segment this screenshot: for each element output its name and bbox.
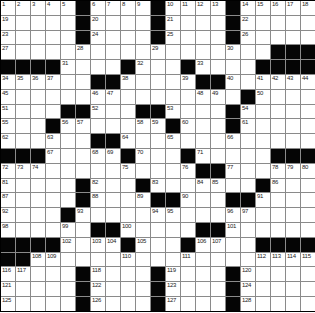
- white-cell-r8c14[interactable]: [211, 119, 225, 133]
- white-cell-r16c11[interactable]: [166, 238, 180, 252]
- white-cell-r18c17[interactable]: [256, 267, 270, 281]
- white-cell-r14c1[interactable]: [16, 208, 30, 222]
- white-cell-r17c7[interactable]: [106, 253, 120, 267]
- white-cell-r4c15[interactable]: [226, 60, 240, 74]
- white-cell-r18c16[interactable]: 120: [241, 267, 255, 281]
- white-cell-r13c1[interactable]: [16, 193, 30, 207]
- white-cell-r19c13[interactable]: [196, 282, 210, 296]
- white-cell-r6c3[interactable]: [46, 90, 60, 104]
- white-cell-r0c0[interactable]: 1: [1, 1, 15, 15]
- white-cell-r14c14[interactable]: [211, 208, 225, 222]
- white-cell-r9c14[interactable]: [211, 134, 225, 148]
- white-cell-r17c20[interactable]: 115: [301, 253, 315, 267]
- white-cell-r3c8[interactable]: [121, 45, 135, 59]
- white-cell-r12c19[interactable]: [286, 179, 300, 193]
- white-cell-r17c6[interactable]: [91, 253, 105, 267]
- white-cell-r14c11[interactable]: 95: [166, 208, 180, 222]
- white-cell-r15c18[interactable]: [271, 223, 285, 237]
- white-cell-r7c18[interactable]: [271, 105, 285, 119]
- white-cell-r14c16[interactable]: 97: [241, 208, 255, 222]
- white-cell-r19c1[interactable]: [16, 282, 30, 296]
- white-cell-r15c10[interactable]: [151, 223, 165, 237]
- white-cell-r8c17[interactable]: [256, 119, 270, 133]
- white-cell-r10c13[interactable]: 71: [196, 149, 210, 163]
- white-cell-r1c9[interactable]: [136, 16, 150, 30]
- white-cell-r12c11[interactable]: [166, 179, 180, 193]
- white-cell-r18c0[interactable]: 116: [1, 267, 15, 281]
- white-cell-r4c10[interactable]: [151, 60, 165, 74]
- white-cell-r20c6[interactable]: 126: [91, 297, 105, 311]
- white-cell-r17c12[interactable]: 111: [181, 253, 195, 267]
- white-cell-r14c3[interactable]: [46, 208, 60, 222]
- white-cell-r13c7[interactable]: [106, 193, 120, 207]
- white-cell-r7c11[interactable]: 53: [166, 105, 180, 119]
- white-cell-r10c6[interactable]: 68: [91, 149, 105, 163]
- white-cell-r9c15[interactable]: 66: [226, 134, 240, 148]
- white-cell-r20c0[interactable]: 125: [1, 297, 15, 311]
- white-cell-r1c17[interactable]: [256, 16, 270, 30]
- white-cell-r2c14[interactable]: [211, 31, 225, 45]
- white-cell-r19c16[interactable]: 124: [241, 282, 255, 296]
- white-cell-r18c1[interactable]: 117: [16, 267, 30, 281]
- white-cell-r16c13[interactable]: 106: [196, 238, 210, 252]
- white-cell-r20c16[interactable]: 128: [241, 297, 255, 311]
- white-cell-r1c0[interactable]: 19: [1, 16, 15, 30]
- white-cell-r16c5[interactable]: [76, 238, 90, 252]
- white-cell-r20c1[interactable]: [16, 297, 30, 311]
- white-cell-r18c20[interactable]: [301, 267, 315, 281]
- white-cell-r1c16[interactable]: 22: [241, 16, 255, 30]
- white-cell-r3c10[interactable]: 29: [151, 45, 165, 59]
- white-cell-r16c6[interactable]: 103: [91, 238, 105, 252]
- white-cell-r12c8[interactable]: [121, 179, 135, 193]
- white-cell-r20c18[interactable]: [271, 297, 285, 311]
- white-cell-r7c17[interactable]: [256, 105, 270, 119]
- white-cell-r0c12[interactable]: 11: [181, 1, 195, 15]
- white-cell-r0c6[interactable]: 6: [91, 1, 105, 15]
- white-cell-r14c18[interactable]: [271, 208, 285, 222]
- white-cell-r9c8[interactable]: 64: [121, 134, 135, 148]
- white-cell-r0c17[interactable]: 15: [256, 1, 270, 15]
- white-cell-r11c1[interactable]: 73: [16, 164, 30, 178]
- white-cell-r14c8[interactable]: [121, 208, 135, 222]
- white-cell-r20c14[interactable]: [211, 297, 225, 311]
- white-cell-r10c9[interactable]: 70: [136, 149, 150, 163]
- white-cell-r18c2[interactable]: [31, 267, 45, 281]
- white-cell-r9c3[interactable]: 63: [46, 134, 60, 148]
- white-cell-r18c4[interactable]: [61, 267, 75, 281]
- white-cell-r15c4[interactable]: 99: [61, 223, 75, 237]
- white-cell-r10c7[interactable]: 69: [106, 149, 120, 163]
- white-cell-r6c2[interactable]: [31, 90, 45, 104]
- white-cell-r7c12[interactable]: [181, 105, 195, 119]
- white-cell-r0c2[interactable]: 3: [31, 1, 45, 15]
- white-cell-r20c19[interactable]: [286, 297, 300, 311]
- white-cell-r17c10[interactable]: [151, 253, 165, 267]
- white-cell-r13c9[interactable]: 89: [136, 193, 150, 207]
- white-cell-r20c3[interactable]: [46, 297, 60, 311]
- white-cell-r10c11[interactable]: [166, 149, 180, 163]
- white-cell-r16c7[interactable]: 104: [106, 238, 120, 252]
- white-cell-r20c20[interactable]: [301, 297, 315, 311]
- white-cell-r12c10[interactable]: 83: [151, 179, 165, 193]
- white-cell-r6c18[interactable]: [271, 90, 285, 104]
- white-cell-r11c11[interactable]: [166, 164, 180, 178]
- white-cell-r14c2[interactable]: [31, 208, 45, 222]
- white-cell-r18c19[interactable]: [286, 267, 300, 281]
- white-cell-r13c14[interactable]: [211, 193, 225, 207]
- white-cell-r6c8[interactable]: [121, 90, 135, 104]
- white-cell-r6c10[interactable]: [151, 90, 165, 104]
- white-cell-r6c0[interactable]: 45: [1, 90, 15, 104]
- white-cell-r16c15[interactable]: [226, 238, 240, 252]
- white-cell-r14c5[interactable]: 93: [76, 208, 90, 222]
- white-cell-r5c5[interactable]: [76, 75, 90, 89]
- white-cell-r13c19[interactable]: [286, 193, 300, 207]
- white-cell-r15c16[interactable]: [241, 223, 255, 237]
- white-cell-r9c1[interactable]: [16, 134, 30, 148]
- white-cell-r1c3[interactable]: [46, 16, 60, 30]
- white-cell-r11c16[interactable]: [241, 164, 255, 178]
- white-cell-r1c13[interactable]: [196, 16, 210, 30]
- white-cell-r6c14[interactable]: 49: [211, 90, 225, 104]
- white-cell-r15c3[interactable]: [46, 223, 60, 237]
- white-cell-r13c3[interactable]: [46, 193, 60, 207]
- white-cell-r14c19[interactable]: [286, 208, 300, 222]
- white-cell-r8c19[interactable]: [286, 119, 300, 133]
- white-cell-r11c18[interactable]: 78: [271, 164, 285, 178]
- white-cell-r12c18[interactable]: 86: [271, 179, 285, 193]
- white-cell-r8c7[interactable]: [106, 119, 120, 133]
- white-cell-r0c4[interactable]: 5: [61, 1, 75, 15]
- white-cell-r6c19[interactable]: [286, 90, 300, 104]
- white-cell-r15c8[interactable]: 100: [121, 223, 135, 237]
- white-cell-r5c16[interactable]: [241, 75, 255, 89]
- white-cell-r14c7[interactable]: [106, 208, 120, 222]
- white-cell-r3c13[interactable]: [196, 45, 210, 59]
- white-cell-r17c15[interactable]: [226, 253, 240, 267]
- white-cell-r5c4[interactable]: [61, 75, 75, 89]
- white-cell-r15c20[interactable]: [301, 223, 315, 237]
- white-cell-r13c17[interactable]: 91: [256, 193, 270, 207]
- white-cell-r18c7[interactable]: [106, 267, 120, 281]
- white-cell-r8c9[interactable]: 58: [136, 119, 150, 133]
- white-cell-r2c12[interactable]: [181, 31, 195, 45]
- white-cell-r18c8[interactable]: [121, 267, 135, 281]
- white-cell-r15c17[interactable]: [256, 223, 270, 237]
- white-cell-r12c15[interactable]: [226, 179, 240, 193]
- white-cell-r13c6[interactable]: 88: [91, 193, 105, 207]
- white-cell-r18c11[interactable]: 119: [166, 267, 180, 281]
- white-cell-r2c18[interactable]: [271, 31, 285, 45]
- white-cell-r14c15[interactable]: 96: [226, 208, 240, 222]
- white-cell-r6c1[interactable]: [16, 90, 30, 104]
- white-cell-r1c7[interactable]: [106, 16, 120, 30]
- white-cell-r15c12[interactable]: [181, 223, 195, 237]
- white-cell-r8c1[interactable]: [16, 119, 30, 133]
- white-cell-r7c8[interactable]: [121, 105, 135, 119]
- white-cell-r7c13[interactable]: [196, 105, 210, 119]
- white-cell-r2c8[interactable]: [121, 31, 135, 45]
- white-cell-r19c2[interactable]: [31, 282, 45, 296]
- white-cell-r15c9[interactable]: [136, 223, 150, 237]
- white-cell-r12c7[interactable]: [106, 179, 120, 193]
- white-cell-r2c19[interactable]: [286, 31, 300, 45]
- white-cell-r11c15[interactable]: 77: [226, 164, 240, 178]
- white-cell-r3c7[interactable]: [106, 45, 120, 59]
- white-cell-r19c6[interactable]: 122: [91, 282, 105, 296]
- white-cell-r17c3[interactable]: 109: [46, 253, 60, 267]
- white-cell-r9c5[interactable]: [76, 134, 90, 148]
- white-cell-r9c18[interactable]: [271, 134, 285, 148]
- white-cell-r11c0[interactable]: 72: [1, 164, 15, 178]
- white-cell-r1c2[interactable]: [31, 16, 45, 30]
- white-cell-r0c18[interactable]: 16: [271, 1, 285, 15]
- white-cell-r9c17[interactable]: [256, 134, 270, 148]
- white-cell-r7c3[interactable]: [46, 105, 60, 119]
- white-cell-r5c17[interactable]: 41: [256, 75, 270, 89]
- white-cell-r15c2[interactable]: [31, 223, 45, 237]
- white-cell-r3c12[interactable]: [181, 45, 195, 59]
- white-cell-r15c15[interactable]: 101: [226, 223, 240, 237]
- white-cell-r11c12[interactable]: 76: [181, 164, 195, 178]
- white-cell-r19c8[interactable]: [121, 282, 135, 296]
- white-cell-r5c20[interactable]: 44: [301, 75, 315, 89]
- white-cell-r13c4[interactable]: [61, 193, 75, 207]
- white-cell-r16c14[interactable]: 107: [211, 238, 225, 252]
- white-cell-r3c9[interactable]: [136, 45, 150, 59]
- white-cell-r3c5[interactable]: 28: [76, 45, 90, 59]
- white-cell-r6c11[interactable]: [166, 90, 180, 104]
- white-cell-r20c4[interactable]: [61, 297, 75, 311]
- white-cell-r5c1[interactable]: 35: [16, 75, 30, 89]
- white-cell-r17c19[interactable]: 114: [286, 253, 300, 267]
- white-cell-r12c2[interactable]: [31, 179, 45, 193]
- white-cell-r4c16[interactable]: [241, 60, 255, 74]
- white-cell-r15c11[interactable]: [166, 223, 180, 237]
- white-cell-r6c6[interactable]: 46: [91, 90, 105, 104]
- white-cell-r9c19[interactable]: [286, 134, 300, 148]
- white-cell-r10c3[interactable]: 67: [46, 149, 60, 163]
- white-cell-r20c12[interactable]: [181, 297, 195, 311]
- white-cell-r18c13[interactable]: [196, 267, 210, 281]
- white-cell-r17c2[interactable]: 108: [31, 253, 45, 267]
- white-cell-r1c4[interactable]: [61, 16, 75, 30]
- white-cell-r4c11[interactable]: [166, 60, 180, 74]
- white-cell-r5c0[interactable]: 34: [1, 75, 15, 89]
- white-cell-r10c14[interactable]: [211, 149, 225, 163]
- white-cell-r4c13[interactable]: 33: [196, 60, 210, 74]
- white-cell-r9c13[interactable]: [196, 134, 210, 148]
- white-cell-r6c17[interactable]: 50: [256, 90, 270, 104]
- white-cell-r4c9[interactable]: 32: [136, 60, 150, 74]
- white-cell-r14c12[interactable]: [181, 208, 195, 222]
- white-cell-r7c20[interactable]: [301, 105, 315, 119]
- white-cell-r2c11[interactable]: 25: [166, 31, 180, 45]
- white-cell-r9c4[interactable]: [61, 134, 75, 148]
- white-cell-r15c5[interactable]: [76, 223, 90, 237]
- white-cell-r13c12[interactable]: 90: [181, 193, 195, 207]
- white-cell-r8c8[interactable]: [121, 119, 135, 133]
- white-cell-r1c18[interactable]: [271, 16, 285, 30]
- white-cell-r12c16[interactable]: [241, 179, 255, 193]
- white-cell-r13c20[interactable]: [301, 193, 315, 207]
- white-cell-r11c9[interactable]: [136, 164, 150, 178]
- white-cell-r1c8[interactable]: [121, 16, 135, 30]
- white-cell-r14c20[interactable]: [301, 208, 315, 222]
- white-cell-r2c20[interactable]: [301, 31, 315, 45]
- white-cell-r3c4[interactable]: [61, 45, 75, 59]
- white-cell-r3c6[interactable]: [91, 45, 105, 59]
- white-cell-r9c0[interactable]: 62: [1, 134, 15, 148]
- white-cell-r9c12[interactable]: [181, 134, 195, 148]
- white-cell-r5c9[interactable]: [136, 75, 150, 89]
- white-cell-r17c4[interactable]: [61, 253, 75, 267]
- white-cell-r19c17[interactable]: [256, 282, 270, 296]
- white-cell-r6c15[interactable]: [226, 90, 240, 104]
- white-cell-r12c13[interactable]: 84: [196, 179, 210, 193]
- white-cell-r8c4[interactable]: 56: [61, 119, 75, 133]
- white-cell-r14c10[interactable]: 94: [151, 208, 165, 222]
- white-cell-r3c16[interactable]: [241, 45, 255, 59]
- white-cell-r1c11[interactable]: 21: [166, 16, 180, 30]
- white-cell-r19c4[interactable]: [61, 282, 75, 296]
- white-cell-r3c1[interactable]: [16, 45, 30, 59]
- white-cell-r12c20[interactable]: [301, 179, 315, 193]
- white-cell-r12c14[interactable]: 85: [211, 179, 225, 193]
- white-cell-r3c14[interactable]: [211, 45, 225, 59]
- white-cell-r4c4[interactable]: 31: [61, 60, 75, 74]
- white-cell-r5c19[interactable]: 43: [286, 75, 300, 89]
- white-cell-r5c8[interactable]: 38: [121, 75, 135, 89]
- white-cell-r8c10[interactable]: 59: [151, 119, 165, 133]
- white-cell-r11c5[interactable]: [76, 164, 90, 178]
- white-cell-r17c8[interactable]: 110: [121, 253, 135, 267]
- white-cell-r14c6[interactable]: [91, 208, 105, 222]
- white-cell-r2c2[interactable]: [31, 31, 45, 45]
- white-cell-r13c18[interactable]: [271, 193, 285, 207]
- white-cell-r8c20[interactable]: [301, 119, 315, 133]
- white-cell-r1c12[interactable]: [181, 16, 195, 30]
- white-cell-r8c0[interactable]: 55: [1, 119, 15, 133]
- white-cell-r12c0[interactable]: 81: [1, 179, 15, 193]
- white-cell-r20c13[interactable]: [196, 297, 210, 311]
- white-cell-r6c4[interactable]: [61, 90, 75, 104]
- white-cell-r19c11[interactable]: 123: [166, 282, 180, 296]
- white-cell-r12c3[interactable]: [46, 179, 60, 193]
- white-cell-r12c6[interactable]: 82: [91, 179, 105, 193]
- white-cell-r0c3[interactable]: 4: [46, 1, 60, 15]
- white-cell-r19c9[interactable]: [136, 282, 150, 296]
- white-cell-r9c16[interactable]: [241, 134, 255, 148]
- white-cell-r9c20[interactable]: [301, 134, 315, 148]
- white-cell-r11c20[interactable]: 80: [301, 164, 315, 178]
- white-cell-r11c17[interactable]: [256, 164, 270, 178]
- white-cell-r10c10[interactable]: [151, 149, 165, 163]
- white-cell-r19c20[interactable]: [301, 282, 315, 296]
- white-cell-r6c9[interactable]: [136, 90, 150, 104]
- white-cell-r13c0[interactable]: 87: [1, 193, 15, 207]
- white-cell-r7c7[interactable]: [106, 105, 120, 119]
- white-cell-r8c13[interactable]: [196, 119, 210, 133]
- white-cell-r0c1[interactable]: 2: [16, 1, 30, 15]
- white-cell-r10c5[interactable]: [76, 149, 90, 163]
- white-cell-r18c18[interactable]: [271, 267, 285, 281]
- white-cell-r6c5[interactable]: [76, 90, 90, 104]
- white-cell-r6c13[interactable]: 48: [196, 90, 210, 104]
- white-cell-r12c1[interactable]: [16, 179, 30, 193]
- white-cell-r20c2[interactable]: [31, 297, 45, 311]
- white-cell-r10c17[interactable]: [256, 149, 270, 163]
- white-cell-r7c0[interactable]: 51: [1, 105, 15, 119]
- white-cell-r19c18[interactable]: [271, 282, 285, 296]
- white-cell-r20c7[interactable]: [106, 297, 120, 311]
- white-cell-r20c9[interactable]: [136, 297, 150, 311]
- white-cell-r7c16[interactable]: 54: [241, 105, 255, 119]
- white-cell-r14c0[interactable]: 92: [1, 208, 15, 222]
- white-cell-r7c1[interactable]: [16, 105, 30, 119]
- white-cell-r9c2[interactable]: [31, 134, 45, 148]
- white-cell-r2c6[interactable]: 24: [91, 31, 105, 45]
- white-cell-r11c6[interactable]: [91, 164, 105, 178]
- white-cell-r7c14[interactable]: [211, 105, 225, 119]
- white-cell-r11c3[interactable]: [46, 164, 60, 178]
- white-cell-r7c19[interactable]: [286, 105, 300, 119]
- white-cell-r5c18[interactable]: 42: [271, 75, 285, 89]
- white-cell-r19c14[interactable]: [211, 282, 225, 296]
- white-cell-r17c17[interactable]: 112: [256, 253, 270, 267]
- white-cell-r2c9[interactable]: [136, 31, 150, 45]
- white-cell-r9c10[interactable]: [151, 134, 165, 148]
- white-cell-r5c2[interactable]: 36: [31, 75, 45, 89]
- white-cell-r14c17[interactable]: [256, 208, 270, 222]
- white-cell-r17c14[interactable]: [211, 253, 225, 267]
- white-cell-r11c10[interactable]: [151, 164, 165, 178]
- white-cell-r5c12[interactable]: 39: [181, 75, 195, 89]
- white-cell-r14c13[interactable]: [196, 208, 210, 222]
- white-cell-r13c2[interactable]: [31, 193, 45, 207]
- white-cell-r1c14[interactable]: [211, 16, 225, 30]
- white-cell-r2c0[interactable]: 23: [1, 31, 15, 45]
- white-cell-r1c19[interactable]: [286, 16, 300, 30]
- white-cell-r0c20[interactable]: 18: [301, 1, 315, 15]
- white-cell-r0c19[interactable]: 17: [286, 1, 300, 15]
- white-cell-r15c19[interactable]: [286, 223, 300, 237]
- white-cell-r5c10[interactable]: [151, 75, 165, 89]
- white-cell-r13c13[interactable]: [196, 193, 210, 207]
- white-cell-r19c7[interactable]: [106, 282, 120, 296]
- white-cell-r19c0[interactable]: 121: [1, 282, 15, 296]
- white-cell-r9c11[interactable]: 65: [166, 134, 180, 148]
- white-cell-r19c12[interactable]: [181, 282, 195, 296]
- white-cell-r8c18[interactable]: [271, 119, 285, 133]
- white-cell-r10c4[interactable]: [61, 149, 75, 163]
- white-cell-r12c12[interactable]: [181, 179, 195, 193]
- white-cell-r11c7[interactable]: [106, 164, 120, 178]
- white-cell-r18c6[interactable]: 118: [91, 267, 105, 281]
- white-cell-r8c2[interactable]: [31, 119, 45, 133]
- white-cell-r2c4[interactable]: [61, 31, 75, 45]
- white-cell-r8c12[interactable]: 60: [181, 119, 195, 133]
- white-cell-r17c9[interactable]: [136, 253, 150, 267]
- white-cell-r8c16[interactable]: 61: [241, 119, 255, 133]
- white-cell-r10c16[interactable]: [241, 149, 255, 163]
- white-cell-r0c13[interactable]: 12: [196, 1, 210, 15]
- white-cell-r20c11[interactable]: 127: [166, 297, 180, 311]
- white-cell-r16c16[interactable]: [241, 238, 255, 252]
- white-cell-r14c9[interactable]: [136, 208, 150, 222]
- white-cell-r20c17[interactable]: [256, 297, 270, 311]
